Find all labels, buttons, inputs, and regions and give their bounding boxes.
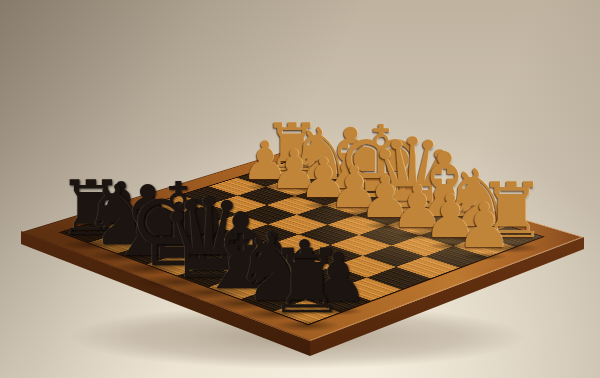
rook-glyph: ♜ xyxy=(267,238,346,326)
pawn-glyph: ♟ xyxy=(456,195,512,257)
photo-scene: ♜♞♝♛♚♝♞♜♟♟♟♟♟♟♟♟♟♟♟♟♟♟♟♟♜♞♝♛♚♝♞♜ xyxy=(0,0,600,378)
white-pawn[interactable]: ♟ xyxy=(456,195,512,257)
black-rook[interactable]: ♜ xyxy=(267,238,346,326)
